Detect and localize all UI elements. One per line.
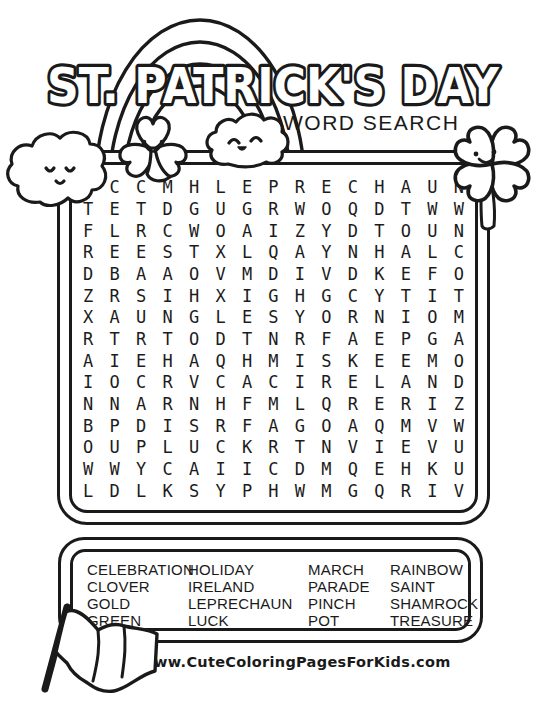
grid-cell-r6c5: H [181,285,207,307]
grid-cell-r7c6: L [207,307,233,329]
grid-cell-r13c1: O [75,437,101,459]
grid-cell-r12c7: F [234,415,260,437]
grid-cell-r13c12: I [366,437,392,459]
grid-cell-r11c13: R [393,394,419,416]
grid-cell-r3c8: I [260,220,286,242]
grid-cell-r2c11: Q [340,199,366,221]
grid-cell-r9c9: I [287,350,313,372]
grid-cell-r2c2: E [101,199,127,221]
word-list-item: CELEBRATION [87,561,188,578]
grid-cell-r12c6: R [207,415,233,437]
word-list-box: CELEBRATIONHOLIDAYMARCHRAINBOWCLOVERIREL… [58,537,483,643]
grid-cell-r3c12: T [366,220,392,242]
grid-cell-r15c12: Q [366,480,392,502]
grid-cell-r5c10: V [313,264,339,286]
grid-cell-r4c10: Y [313,242,339,264]
grid-cell-r11c8: M [260,394,286,416]
grid-cell-r5c6: V [207,264,233,286]
word-list-item: RAINBOW [390,561,478,578]
grid-cell-r14c9: D [287,459,313,481]
grid-cell-r4c4: S [154,242,180,264]
grid-cell-r13c3: P [128,437,154,459]
grid-cell-r15c11: G [340,480,366,502]
grid-cell-r14c4: C [154,459,180,481]
grid-cell-r5c4: A [154,264,180,286]
grid-cell-r4c5: T [181,242,207,264]
grid-cell-r13c9: T [287,437,313,459]
grid-cell-r9c13: E [393,350,419,372]
word-list-item: POT [308,612,390,629]
grid-cell-r3c3: R [128,220,154,242]
grid-cell-r8c3: R [128,329,154,351]
grid-cell-r13c13: E [393,437,419,459]
grid-cell-r14c10: M [313,459,339,481]
grid-cell-r15c8: H [260,480,286,502]
grid-cell-r11c7: F [234,394,260,416]
grid-cell-r6c11: C [340,285,366,307]
grid-cell-r7c7: E [234,307,260,329]
word-list-item: MARCH [308,561,390,578]
grid-cell-r4c12: H [366,242,392,264]
grid-cell-r7c1: X [75,307,101,329]
grid-cell-r14c12: E [366,459,392,481]
grid-cell-r10c1: I [75,372,101,394]
grid-cell-r11c12: E [366,394,392,416]
grid-cell-r4c14: L [419,242,445,264]
word-list-item: SHAMROCK [390,595,478,612]
grid-cell-r7c14: O [419,307,445,329]
grid-cell-r8c13: P [393,329,419,351]
grid-cell-r5c8: D [260,264,286,286]
grid-cell-r3c1: F [75,220,101,242]
grid-cell-r3c14: U [419,220,445,242]
letter-grid: FCCMHLEPRECHAUNTETDGUGRWOQDTWWFLRCWOAIZY… [75,177,472,502]
grid-cell-r1c11: C [340,177,366,199]
grid-cell-r1c2: C [101,177,127,199]
grid-cell-r3c7: A [234,220,260,242]
grid-cell-r6c9: H [287,285,313,307]
grid-cell-r14c13: H [393,459,419,481]
grid-cell-r14c1: W [75,459,101,481]
grid-cell-r4c7: L [234,242,260,264]
grid-cell-r6c2: R [101,285,127,307]
grid-cell-r7c11: R [340,307,366,329]
grid-cell-r14c11: Q [340,459,366,481]
grid-cell-r5c5: O [181,264,207,286]
grid-cell-r14c14: K [419,459,445,481]
grid-cell-r12c1: B [75,415,101,437]
grid-cell-r11c10: Q [313,394,339,416]
grid-cell-r4c2: E [101,242,127,264]
grid-cell-r7c9: Y [287,307,313,329]
word-list-inner: CELEBRATIONHOLIDAYMARCHRAINBOWCLOVERIREL… [70,549,471,631]
word-list-item: LUCK [188,612,308,629]
grid-cell-r5c1: D [75,264,101,286]
grid-cell-r9c8: M [260,350,286,372]
grid-cell-r12c8: A [260,415,286,437]
grid-cell-r4c13: A [393,242,419,264]
subtitle: WORD SEARCH [283,111,459,135]
grid-cell-r13c8: R [260,437,286,459]
grid-cell-r1c5: H [181,177,207,199]
grid-cell-r13c5: U [181,437,207,459]
grid-cell-r11c2: N [101,394,127,416]
grid-cell-r11c5: N [181,394,207,416]
grid-cell-r15c9: W [287,480,313,502]
grid-cell-r12c5: S [181,415,207,437]
grid-cell-r9c1: A [75,350,101,372]
grid-cell-r3c11: D [340,220,366,242]
grid-cell-r6c14: I [419,285,445,307]
grid-cell-r2c14: W [419,199,445,221]
grid-cell-r8c1: R [75,329,101,351]
grid-cell-r7c13: I [393,307,419,329]
grid-cell-r14c7: I [234,459,260,481]
grid-cell-r14c8: C [260,459,286,481]
website-url: www.CuteColoringPagesForKids.com [45,654,546,670]
grid-cell-r1c1: F [75,177,101,199]
grid-cell-r2c9: W [287,199,313,221]
grid-cell-r13c2: U [101,437,127,459]
grid-cell-r12c2: P [101,415,127,437]
grid-cell-r4c9: A [287,242,313,264]
grid-cell-r2c13: T [393,199,419,221]
grid-cell-r5c12: K [366,264,392,286]
grid-cell-r14c2: W [101,459,127,481]
grid-cell-r8c14: G [419,329,445,351]
grid-cell-r1c10: E [313,177,339,199]
grid-cell-r7c3: U [128,307,154,329]
grid-cell-r6c15: T [446,285,472,307]
grid-cell-r1c3: C [128,177,154,199]
grid-cell-r15c3: L [128,480,154,502]
grid-cell-r5c14: F [419,264,445,286]
grid-cell-r5c9: I [287,264,313,286]
grid-cell-r10c13: A [393,372,419,394]
grid-cell-r15c5: S [181,480,207,502]
grid-cell-r11c6: H [207,394,233,416]
word-list-item: LEPRECHAUN [188,595,308,612]
grid-cell-r15c15: V [446,480,472,502]
grid-cell-r2c4: D [154,199,180,221]
grid-cell-r9c3: E [128,350,154,372]
grid-cell-r5c3: A [128,264,154,286]
grid-cell-r8c12: E [366,329,392,351]
grid-cell-r2c12: D [366,199,392,221]
grid-cell-r5c15: O [446,264,472,286]
word-list-item: CLOVER [87,578,188,595]
grid-cell-r2c15: W [446,199,472,221]
grid-cell-r8c9: R [287,329,313,351]
grid-cell-r2c6: U [207,199,233,221]
grid-cell-r12c15: W [446,415,472,437]
grid-cell-r15c10: M [313,480,339,502]
grid-cell-r12c13: M [393,415,419,437]
grid-cell-r11c4: R [154,394,180,416]
grid-cell-r3c10: Y [313,220,339,242]
grid-cell-r10c14: N [419,372,445,394]
grid-cell-r1c8: P [260,177,286,199]
grid-cell-r1c9: R [287,177,313,199]
grid-cell-r15c1: L [75,480,101,502]
grid-cell-r3c5: W [181,220,207,242]
grid-cell-r10c5: V [181,372,207,394]
word-list-item: GREEN [87,612,188,629]
grid-cell-r10c2: O [101,372,127,394]
grid-cell-r3c15: N [446,220,472,242]
grid-cell-r7c12: N [366,307,392,329]
grid-cell-r13c10: N [313,437,339,459]
grid-cell-r15c7: P [234,480,260,502]
grid-cell-r10c12: L [366,372,392,394]
word-list-item: PINCH [308,595,390,612]
grid-cell-r2c8: R [260,199,286,221]
grid-cell-r11c11: R [340,394,366,416]
grid-cell-r10c11: E [340,372,366,394]
grid-cell-r12c9: G [287,415,313,437]
grid-cell-r11c1: N [75,394,101,416]
grid-cell-r13c7: K [234,437,260,459]
grid-cell-r1c7: E [234,177,260,199]
grid-cell-r5c13: E [393,264,419,286]
grid-cell-r9c6: Q [207,350,233,372]
grid-cell-r6c1: Z [75,285,101,307]
grid-cell-r8c7: T [234,329,260,351]
grid-cell-r6c3: S [128,285,154,307]
grid-cell-r7c8: S [260,307,286,329]
grid-cell-r4c15: C [446,242,472,264]
grid-cell-r1c4: M [154,177,180,199]
grid-cell-r14c5: A [181,459,207,481]
grid-cell-r3c13: O [393,220,419,242]
grid-cell-r15c6: Y [207,480,233,502]
word-list-item: TREASURE [390,612,478,629]
grid-cell-r5c7: M [234,264,260,286]
grid-cell-r4c6: X [207,242,233,264]
grid-cell-r12c12: Q [366,415,392,437]
grid-cell-r8c10: F [313,329,339,351]
grid-cell-r9c4: H [154,350,180,372]
grid-cell-r15c4: K [154,480,180,502]
grid-cell-r3c9: Z [287,220,313,242]
grid-cell-r4c1: R [75,242,101,264]
grid-cell-r12c3: D [128,415,154,437]
grid-cell-r1c6: L [207,177,233,199]
grid-cell-r1c12: H [366,177,392,199]
grid-cell-r8c11: A [340,329,366,351]
grid-cell-r7c10: O [313,307,339,329]
grid-cell-r13c6: C [207,437,233,459]
grid-cell-r10c9: I [287,372,313,394]
grid-cell-r1c13: A [393,177,419,199]
grid-cell-r9c5: A [181,350,207,372]
grid-cell-r8c8: N [260,329,286,351]
grid-cell-r12c10: O [313,415,339,437]
grid-cell-r15c2: D [101,480,127,502]
word-list-item: SAINT [390,578,478,595]
grid-cell-r11c14: I [419,394,445,416]
puzzle-board-inner: FCCMHLEPRECHAUNTETDGUGRWOQDTWWFLRCWOAIZY… [69,162,478,513]
grid-cell-r6c6: X [207,285,233,307]
grid-cell-r6c8: G [260,285,286,307]
grid-cell-r6c12: Y [366,285,392,307]
grid-cell-r6c13: T [393,285,419,307]
grid-cell-r8c15: A [446,329,472,351]
grid-cell-r10c10: R [313,372,339,394]
grid-cell-r2c5: G [181,199,207,221]
grid-cell-r9c10: S [313,350,339,372]
worksheet-page: FCCMHLEPRECHAUNTETDGUGRWOQDTWWFLRCWOAIZY… [0,0,546,728]
grid-cell-r2c10: O [313,199,339,221]
grid-cell-r2c1: T [75,199,101,221]
grid-cell-r10c4: R [154,372,180,394]
grid-cell-r11c9: L [287,394,313,416]
grid-cell-r12c4: I [154,415,180,437]
grid-cell-r10c7: A [234,372,260,394]
grid-cell-r3c4: C [154,220,180,242]
grid-cell-r12c11: A [340,415,366,437]
grid-cell-r7c5: G [181,307,207,329]
grid-cell-r1c15: N [446,177,472,199]
grid-cell-r7c2: A [101,307,127,329]
grid-cell-r13c14: V [419,437,445,459]
grid-cell-r7c4: N [154,307,180,329]
grid-cell-r14c3: Y [128,459,154,481]
word-list: CELEBRATIONHOLIDAYMARCHRAINBOWCLOVERIREL… [87,561,462,622]
grid-cell-r10c15: D [446,372,472,394]
grid-cell-r13c4: L [154,437,180,459]
grid-cell-r15c14: I [419,480,445,502]
grid-cell-r6c4: I [154,285,180,307]
grid-cell-r12c14: V [419,415,445,437]
grid-cell-r8c6: D [207,329,233,351]
grid-cell-r9c12: E [366,350,392,372]
grid-cell-r9c11: K [340,350,366,372]
grid-cell-r11c15: Z [446,394,472,416]
grid-cell-r4c3: E [128,242,154,264]
grid-cell-r8c4: T [154,329,180,351]
grid-cell-r9c14: M [419,350,445,372]
page-title: ST. PATRICK'S DAY [47,57,500,115]
grid-cell-r8c2: T [101,329,127,351]
grid-cell-r1c14: U [419,177,445,199]
word-list-item: PARADE [308,578,390,595]
grid-cell-r6c10: G [313,285,339,307]
grid-cell-r2c3: T [128,199,154,221]
grid-cell-r11c3: A [128,394,154,416]
grid-cell-r6c7: I [234,285,260,307]
grid-cell-r5c11: D [340,264,366,286]
word-list-item: GOLD [87,595,188,612]
grid-cell-r10c8: C [260,372,286,394]
grid-cell-r15c13: R [393,480,419,502]
grid-cell-r4c8: Q [260,242,286,264]
grid-cell-r2c7: G [234,199,260,221]
grid-cell-r8c5: O [181,329,207,351]
grid-cell-r13c11: V [340,437,366,459]
grid-cell-r13c15: U [446,437,472,459]
grid-cell-r14c6: I [207,459,233,481]
grid-cell-r3c2: L [101,220,127,242]
grid-cell-r7c15: M [446,307,472,329]
grid-cell-r5c2: B [101,264,127,286]
puzzle-board: FCCMHLEPRECHAUNTETDGUGRWOQDTWWFLRCWOAIZY… [57,150,490,525]
grid-cell-r10c3: C [128,372,154,394]
grid-cell-r9c2: I [101,350,127,372]
grid-cell-r9c7: H [234,350,260,372]
word-list-item: IRELAND [188,578,308,595]
grid-cell-r9c15: O [446,350,472,372]
grid-cell-r14c15: U [446,459,472,481]
word-list-item: HOLIDAY [188,561,308,578]
grid-cell-r4c11: N [340,242,366,264]
grid-cell-r10c6: C [207,372,233,394]
grid-cell-r3c6: O [207,220,233,242]
